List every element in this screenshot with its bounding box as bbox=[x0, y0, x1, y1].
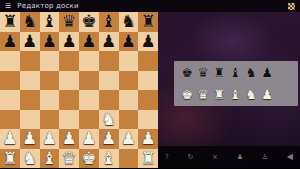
square-c3[interactable] bbox=[40, 110, 60, 130]
white-pawn[interactable]: ♟ bbox=[62, 130, 77, 147]
square-g2[interactable]: ♟ bbox=[119, 129, 139, 149]
square-h2[interactable]: ♟ bbox=[138, 129, 158, 149]
palette-white-pawn[interactable]: ♟ bbox=[259, 88, 275, 101]
white-rook[interactable]: ♜ bbox=[141, 149, 156, 166]
black-pawn[interactable]: ♟ bbox=[2, 32, 17, 49]
black-rook[interactable]: ♜ bbox=[141, 13, 156, 30]
palette-row-white: ♚♛♜♝♞♟ bbox=[174, 84, 298, 107]
square-a8[interactable]: ♜ bbox=[0, 12, 20, 32]
square-a4[interactable] bbox=[0, 90, 20, 110]
clear-board-icon[interactable]: × bbox=[212, 154, 218, 161]
square-d6[interactable] bbox=[59, 51, 79, 71]
square-h1[interactable]: ♜ bbox=[138, 149, 158, 169]
palette-black-bishop[interactable]: ♝ bbox=[227, 66, 243, 79]
square-h5[interactable] bbox=[138, 71, 158, 91]
white-pawn[interactable]: ♟ bbox=[141, 130, 156, 147]
square-g4[interactable] bbox=[119, 90, 139, 110]
square-g6[interactable] bbox=[119, 51, 139, 71]
black-king[interactable]: ♚ bbox=[81, 13, 96, 30]
palette-white-rook[interactable]: ♜ bbox=[211, 88, 227, 101]
square-b3[interactable] bbox=[20, 110, 40, 130]
square-d8[interactable]: ♛ bbox=[59, 12, 79, 32]
square-a1[interactable]: ♜ bbox=[0, 149, 20, 169]
square-d3[interactable] bbox=[59, 110, 79, 130]
palette-black-rook[interactable]: ♜ bbox=[211, 66, 227, 79]
black-bishop[interactable]: ♝ bbox=[42, 13, 57, 30]
palette-black-knight[interactable]: ♞ bbox=[243, 66, 259, 79]
palette-black-pawn[interactable]: ♟ bbox=[259, 66, 275, 79]
white-pawn[interactable]: ♟ bbox=[2, 130, 17, 147]
square-c1[interactable]: ♝ bbox=[40, 149, 60, 169]
square-h8[interactable]: ♜ bbox=[138, 12, 158, 32]
palette-white-knight[interactable]: ♞ bbox=[243, 88, 259, 101]
black-pawn[interactable]: ♟ bbox=[101, 32, 116, 49]
white-bishop[interactable]: ♝ bbox=[42, 149, 57, 166]
square-c6[interactable] bbox=[40, 51, 60, 71]
black-pawn[interactable]: ♟ bbox=[22, 32, 37, 49]
square-e4[interactable] bbox=[79, 90, 99, 110]
black-pawn[interactable]: ♟ bbox=[42, 32, 57, 49]
black-bishop[interactable]: ♝ bbox=[101, 13, 116, 30]
white-knight[interactable]: ♞ bbox=[22, 149, 37, 166]
square-g3[interactable] bbox=[119, 110, 139, 130]
white-queen[interactable]: ♛ bbox=[62, 149, 77, 166]
white-rook[interactable]: ♜ bbox=[2, 149, 17, 166]
square-e3[interactable] bbox=[79, 110, 99, 130]
square-b1[interactable]: ♞ bbox=[20, 149, 40, 169]
help-icon[interactable]: ? bbox=[165, 154, 169, 161]
black-pawn[interactable]: ♟ bbox=[62, 32, 77, 49]
square-f3[interactable]: ♞ bbox=[99, 110, 119, 130]
square-g1[interactable] bbox=[119, 149, 139, 169]
square-g8[interactable]: ♞ bbox=[119, 12, 139, 32]
palette-row-black: ♚♛♜♝♞♟ bbox=[174, 61, 298, 84]
black-knight[interactable]: ♞ bbox=[22, 13, 37, 30]
piece-palette: ♚♛♜♝♞♟♚♛♜♝♞♟ bbox=[174, 61, 298, 106]
square-e6[interactable] bbox=[79, 51, 99, 71]
square-d1[interactable]: ♛ bbox=[59, 149, 79, 169]
square-b8[interactable]: ♞ bbox=[20, 12, 40, 32]
square-h7[interactable]: ♟ bbox=[138, 32, 158, 52]
black-pawn[interactable]: ♟ bbox=[141, 32, 156, 49]
reset-board-icon[interactable]: ↻ bbox=[187, 154, 193, 161]
square-b7[interactable]: ♟ bbox=[20, 32, 40, 52]
square-e5[interactable] bbox=[79, 71, 99, 91]
square-d2[interactable]: ♟ bbox=[59, 129, 79, 149]
palette-white-bishop[interactable]: ♝ bbox=[227, 88, 243, 101]
square-f8[interactable]: ♝ bbox=[99, 12, 119, 32]
square-b6[interactable] bbox=[20, 51, 40, 71]
square-c2[interactable]: ♟ bbox=[40, 129, 60, 149]
bottom-toolbar: ?↻×♟♙◀ bbox=[158, 146, 300, 168]
back-icon[interactable]: ◀ bbox=[287, 153, 293, 161]
square-f5[interactable] bbox=[99, 71, 119, 91]
menu-icon[interactable]: ☰ bbox=[5, 3, 11, 10]
square-f6[interactable] bbox=[99, 51, 119, 71]
square-e2[interactable]: ♟ bbox=[79, 129, 99, 149]
palette-white-queen[interactable]: ♛ bbox=[195, 88, 211, 101]
palette-black-king[interactable]: ♚ bbox=[179, 66, 195, 79]
square-f7[interactable]: ♟ bbox=[99, 32, 119, 52]
chess-board[interactable]: ♜♞♝♛♚♝♞♜♟♟♟♟♟♟♟♟♞♟♟♟♟♟♟♟♟♜♞♝♛♚♝♜ bbox=[0, 12, 158, 168]
black-pawn[interactable]: ♟ bbox=[81, 32, 96, 49]
square-a5[interactable] bbox=[0, 71, 20, 91]
black-pawn[interactable]: ♟ bbox=[121, 32, 136, 49]
square-b2[interactable]: ♟ bbox=[20, 129, 40, 149]
white-king[interactable]: ♚ bbox=[81, 149, 96, 166]
square-h6[interactable] bbox=[138, 51, 158, 71]
black-queen[interactable]: ♛ bbox=[62, 13, 77, 30]
page-title: Редактор доски bbox=[17, 3, 78, 10]
white-pawn[interactable]: ♟ bbox=[101, 130, 116, 147]
square-g7[interactable]: ♟ bbox=[119, 32, 139, 52]
palette-black-queen[interactable]: ♛ bbox=[195, 66, 211, 79]
square-e7[interactable]: ♟ bbox=[79, 32, 99, 52]
square-g5[interactable] bbox=[119, 71, 139, 91]
square-a2[interactable]: ♟ bbox=[0, 129, 20, 149]
white-pawn[interactable]: ♟ bbox=[121, 130, 136, 147]
square-f2[interactable]: ♟ bbox=[99, 129, 119, 149]
square-b4[interactable] bbox=[20, 90, 40, 110]
white-pawn[interactable]: ♟ bbox=[22, 130, 37, 147]
white-pawn[interactable]: ♟ bbox=[42, 130, 57, 147]
square-h4[interactable] bbox=[138, 90, 158, 110]
white-knight[interactable]: ♞ bbox=[101, 110, 116, 127]
black-knight[interactable]: ♞ bbox=[121, 13, 136, 30]
square-d4[interactable] bbox=[59, 90, 79, 110]
title-bar: ☰ Редактор доски bbox=[0, 0, 300, 12]
board-editor-window: ☰ Редактор доски ♜♞♝♛♚♝♞♜♟♟♟♟♟♟♟♟♞♟♟♟♟♟♟… bbox=[0, 0, 300, 168]
white-bishop[interactable]: ♝ bbox=[101, 149, 116, 166]
square-d5[interactable] bbox=[59, 71, 79, 91]
square-c7[interactable]: ♟ bbox=[40, 32, 60, 52]
black-rook[interactable]: ♜ bbox=[2, 13, 17, 30]
black-to-move-icon[interactable]: ♟ bbox=[237, 154, 243, 161]
square-h3[interactable] bbox=[138, 110, 158, 130]
white-to-move-icon[interactable]: ♙ bbox=[262, 154, 268, 161]
square-e8[interactable]: ♚ bbox=[79, 12, 99, 32]
square-f4[interactable] bbox=[99, 90, 119, 110]
square-f1[interactable]: ♝ bbox=[99, 149, 119, 169]
square-a6[interactable] bbox=[0, 51, 20, 71]
square-c4[interactable] bbox=[40, 90, 60, 110]
square-c5[interactable] bbox=[40, 71, 60, 91]
square-c8[interactable]: ♝ bbox=[40, 12, 60, 32]
square-d7[interactable]: ♟ bbox=[59, 32, 79, 52]
square-b5[interactable] bbox=[20, 71, 40, 91]
square-a3[interactable] bbox=[0, 110, 20, 130]
square-e1[interactable]: ♚ bbox=[79, 149, 99, 169]
palette-white-king[interactable]: ♚ bbox=[179, 88, 195, 101]
white-pawn[interactable]: ♟ bbox=[81, 130, 96, 147]
square-a7[interactable]: ♟ bbox=[0, 32, 20, 52]
mini-board-icon[interactable] bbox=[288, 3, 295, 10]
